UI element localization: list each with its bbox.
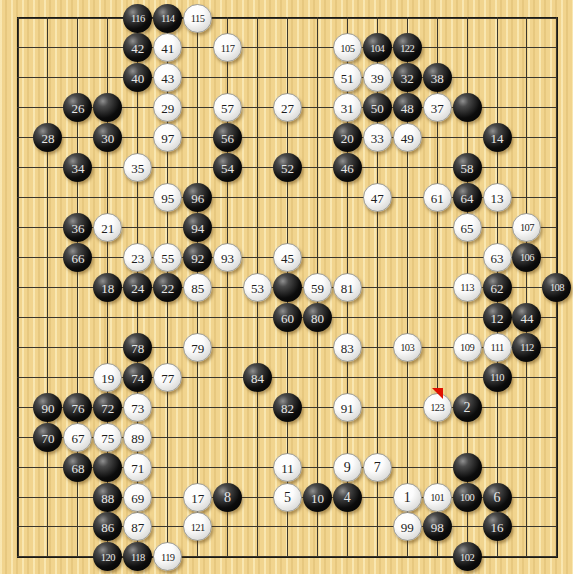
intersection-11-18[interactable] bbox=[302, 512, 332, 542]
intersection-7-15[interactable] bbox=[183, 422, 213, 452]
intersection-4-19[interactable]: 120 bbox=[93, 542, 123, 572]
intersection-10-3[interactable] bbox=[272, 63, 302, 93]
intersection-16-19[interactable]: 102 bbox=[452, 542, 482, 572]
intersection-8-16[interactable] bbox=[213, 452, 243, 482]
intersection-16-12[interactable]: 109 bbox=[452, 332, 482, 362]
intersection-17-3[interactable] bbox=[482, 63, 512, 93]
intersection-3-16[interactable]: 68 bbox=[63, 452, 93, 482]
intersection-16-4[interactable] bbox=[452, 93, 482, 123]
intersection-9-4[interactable] bbox=[243, 93, 273, 123]
intersection-3-17[interactable] bbox=[63, 482, 93, 512]
intersection-9-9[interactable] bbox=[243, 243, 273, 273]
intersection-15-10[interactable] bbox=[422, 272, 452, 302]
intersection-9-17[interactable] bbox=[243, 482, 273, 512]
intersection-13-14[interactable] bbox=[362, 392, 392, 422]
intersection-15-4[interactable]: 37 bbox=[422, 93, 452, 123]
intersection-5-12[interactable]: 78 bbox=[123, 332, 153, 362]
intersection-13-16[interactable]: 7 bbox=[362, 452, 392, 482]
intersection-17-9[interactable]: 63 bbox=[482, 243, 512, 273]
intersection-12-19[interactable] bbox=[332, 542, 362, 572]
intersection-10-16[interactable]: 11 bbox=[272, 452, 302, 482]
intersection-13-6[interactable] bbox=[362, 153, 392, 183]
intersection-4-17[interactable]: 88 bbox=[93, 482, 123, 512]
intersection-19-3[interactable] bbox=[542, 63, 572, 93]
intersection-6-5[interactable]: 97 bbox=[153, 123, 183, 153]
intersection-17-17[interactable]: 6 bbox=[482, 482, 512, 512]
intersection-10-9[interactable]: 45 bbox=[272, 243, 302, 273]
intersection-16-13[interactable] bbox=[452, 362, 482, 392]
intersection-4-6[interactable] bbox=[93, 153, 123, 183]
intersection-17-2[interactable] bbox=[482, 33, 512, 63]
intersection-16-11[interactable] bbox=[452, 302, 482, 332]
intersection-19-1[interactable] bbox=[542, 3, 572, 33]
intersection-5-7[interactable] bbox=[123, 183, 153, 213]
intersection-9-10[interactable]: 53 bbox=[243, 272, 273, 302]
intersection-18-12[interactable]: 112 bbox=[512, 332, 542, 362]
intersection-1-9[interactable] bbox=[3, 243, 33, 273]
intersection-4-9[interactable] bbox=[93, 243, 123, 273]
intersection-13-5[interactable]: 33 bbox=[362, 123, 392, 153]
intersection-19-17[interactable] bbox=[542, 482, 572, 512]
intersection-9-8[interactable] bbox=[243, 213, 273, 243]
intersection-7-9[interactable]: 92 bbox=[183, 243, 213, 273]
intersection-1-18[interactable] bbox=[3, 512, 33, 542]
intersection-15-5[interactable] bbox=[422, 123, 452, 153]
intersection-8-14[interactable] bbox=[213, 392, 243, 422]
intersection-6-9[interactable]: 55 bbox=[153, 243, 183, 273]
intersection-11-6[interactable] bbox=[302, 153, 332, 183]
intersection-10-2[interactable] bbox=[272, 33, 302, 63]
intersection-13-19[interactable] bbox=[362, 542, 392, 572]
intersection-10-10[interactable] bbox=[272, 272, 302, 302]
intersection-17-5[interactable]: 14 bbox=[482, 123, 512, 153]
intersection-3-11[interactable] bbox=[63, 302, 93, 332]
intersection-1-5[interactable] bbox=[3, 123, 33, 153]
intersection-8-19[interactable] bbox=[213, 542, 243, 572]
intersection-14-17[interactable]: 1 bbox=[392, 482, 422, 512]
intersection-8-15[interactable] bbox=[213, 422, 243, 452]
intersection-11-9[interactable] bbox=[302, 243, 332, 273]
intersection-1-13[interactable] bbox=[3, 362, 33, 392]
intersection-8-7[interactable] bbox=[213, 183, 243, 213]
intersection-18-14[interactable] bbox=[512, 392, 542, 422]
intersection-7-19[interactable] bbox=[183, 542, 213, 572]
intersection-12-11[interactable] bbox=[332, 302, 362, 332]
intersection-2-1[interactable] bbox=[33, 3, 63, 33]
intersection-16-14[interactable]: 2 bbox=[452, 392, 482, 422]
intersection-19-12[interactable] bbox=[542, 332, 572, 362]
intersection-18-3[interactable] bbox=[512, 63, 542, 93]
intersection-4-11[interactable] bbox=[93, 302, 123, 332]
intersection-13-12[interactable] bbox=[362, 332, 392, 362]
intersection-2-6[interactable] bbox=[33, 153, 63, 183]
intersection-14-2[interactable]: 122 bbox=[392, 33, 422, 63]
intersection-6-4[interactable]: 29 bbox=[153, 93, 183, 123]
intersection-2-17[interactable] bbox=[33, 482, 63, 512]
intersection-8-12[interactable] bbox=[213, 332, 243, 362]
intersection-11-8[interactable] bbox=[302, 213, 332, 243]
intersection-9-13[interactable]: 84 bbox=[243, 362, 273, 392]
intersection-4-15[interactable]: 75 bbox=[93, 422, 123, 452]
intersection-4-18[interactable]: 86 bbox=[93, 512, 123, 542]
intersection-15-6[interactable] bbox=[422, 153, 452, 183]
intersection-7-2[interactable] bbox=[183, 33, 213, 63]
intersection-5-18[interactable]: 87 bbox=[123, 512, 153, 542]
intersection-12-18[interactable] bbox=[332, 512, 362, 542]
intersection-2-5[interactable]: 28 bbox=[33, 123, 63, 153]
intersection-11-11[interactable]: 80 bbox=[302, 302, 332, 332]
intersection-11-16[interactable] bbox=[302, 452, 332, 482]
intersection-12-9[interactable] bbox=[332, 243, 362, 273]
intersection-10-15[interactable] bbox=[272, 422, 302, 452]
intersection-7-12[interactable]: 79 bbox=[183, 332, 213, 362]
intersection-17-1[interactable] bbox=[482, 3, 512, 33]
intersection-14-3[interactable]: 32 bbox=[392, 63, 422, 93]
intersection-17-18[interactable]: 16 bbox=[482, 512, 512, 542]
intersection-7-11[interactable] bbox=[183, 302, 213, 332]
intersection-11-3[interactable] bbox=[302, 63, 332, 93]
intersection-17-16[interactable] bbox=[482, 452, 512, 482]
intersection-1-10[interactable] bbox=[3, 272, 33, 302]
intersection-2-13[interactable] bbox=[33, 362, 63, 392]
intersection-16-7[interactable]: 64 bbox=[452, 183, 482, 213]
intersection-3-14[interactable]: 76 bbox=[63, 392, 93, 422]
intersection-14-9[interactable] bbox=[392, 243, 422, 273]
intersection-8-17[interactable]: 8 bbox=[213, 482, 243, 512]
intersection-18-15[interactable] bbox=[512, 422, 542, 452]
intersection-8-4[interactable]: 57 bbox=[213, 93, 243, 123]
intersection-19-4[interactable] bbox=[542, 93, 572, 123]
intersection-11-4[interactable] bbox=[302, 93, 332, 123]
intersection-12-10[interactable]: 81 bbox=[332, 272, 362, 302]
intersection-7-5[interactable] bbox=[183, 123, 213, 153]
intersection-17-6[interactable] bbox=[482, 153, 512, 183]
intersection-12-16[interactable]: 9 bbox=[332, 452, 362, 482]
intersection-18-2[interactable] bbox=[512, 33, 542, 63]
intersection-1-11[interactable] bbox=[3, 302, 33, 332]
intersection-18-19[interactable] bbox=[512, 542, 542, 572]
intersection-3-9[interactable]: 66 bbox=[63, 243, 93, 273]
intersection-13-11[interactable] bbox=[362, 302, 392, 332]
intersection-8-1[interactable] bbox=[213, 3, 243, 33]
intersection-18-1[interactable] bbox=[512, 3, 542, 33]
intersection-14-15[interactable] bbox=[392, 422, 422, 452]
intersection-13-17[interactable] bbox=[362, 482, 392, 512]
intersection-14-16[interactable] bbox=[392, 452, 422, 482]
intersection-4-12[interactable] bbox=[93, 332, 123, 362]
intersection-10-7[interactable] bbox=[272, 183, 302, 213]
intersection-5-11[interactable] bbox=[123, 302, 153, 332]
intersection-9-16[interactable] bbox=[243, 452, 273, 482]
intersection-11-17[interactable]: 10 bbox=[302, 482, 332, 512]
intersection-9-1[interactable] bbox=[243, 3, 273, 33]
intersection-19-10[interactable]: 108 bbox=[542, 272, 572, 302]
intersection-8-6[interactable]: 54 bbox=[213, 153, 243, 183]
intersection-4-4[interactable] bbox=[93, 93, 123, 123]
intersection-14-12[interactable]: 103 bbox=[392, 332, 422, 362]
intersection-17-15[interactable] bbox=[482, 422, 512, 452]
intersection-19-2[interactable] bbox=[542, 33, 572, 63]
intersection-6-17[interactable] bbox=[153, 482, 183, 512]
intersection-15-8[interactable] bbox=[422, 213, 452, 243]
intersection-11-13[interactable] bbox=[302, 362, 332, 392]
intersection-5-4[interactable] bbox=[123, 93, 153, 123]
intersection-2-11[interactable] bbox=[33, 302, 63, 332]
intersection-7-1[interactable]: 115 bbox=[183, 3, 213, 33]
intersection-14-7[interactable] bbox=[392, 183, 422, 213]
intersection-7-8[interactable]: 94 bbox=[183, 213, 213, 243]
intersection-7-10[interactable]: 85 bbox=[183, 272, 213, 302]
intersection-17-7[interactable]: 13 bbox=[482, 183, 512, 213]
intersection-15-15[interactable] bbox=[422, 422, 452, 452]
intersection-11-2[interactable] bbox=[302, 33, 332, 63]
intersection-8-13[interactable] bbox=[213, 362, 243, 392]
intersection-3-19[interactable] bbox=[63, 542, 93, 572]
intersection-16-2[interactable] bbox=[452, 33, 482, 63]
intersection-18-13[interactable] bbox=[512, 362, 542, 392]
intersection-7-7[interactable]: 96 bbox=[183, 183, 213, 213]
intersection-2-16[interactable] bbox=[33, 452, 63, 482]
intersection-4-2[interactable] bbox=[93, 33, 123, 63]
intersection-15-1[interactable] bbox=[422, 3, 452, 33]
intersection-12-14[interactable]: 91 bbox=[332, 392, 362, 422]
intersection-2-8[interactable] bbox=[33, 213, 63, 243]
intersection-6-11[interactable] bbox=[153, 302, 183, 332]
intersection-12-2[interactable]: 105 bbox=[332, 33, 362, 63]
intersection-8-3[interactable] bbox=[213, 63, 243, 93]
intersection-12-12[interactable]: 83 bbox=[332, 332, 362, 362]
intersection-8-18[interactable] bbox=[213, 512, 243, 542]
intersection-19-11[interactable] bbox=[542, 302, 572, 332]
intersection-9-15[interactable] bbox=[243, 422, 273, 452]
intersection-13-4[interactable]: 50 bbox=[362, 93, 392, 123]
intersection-11-12[interactable] bbox=[302, 332, 332, 362]
intersection-2-19[interactable] bbox=[33, 542, 63, 572]
intersection-2-10[interactable] bbox=[33, 272, 63, 302]
intersection-3-6[interactable]: 34 bbox=[63, 153, 93, 183]
intersection-15-14[interactable]: 123 bbox=[422, 392, 452, 422]
intersection-2-2[interactable] bbox=[33, 33, 63, 63]
intersection-1-3[interactable] bbox=[3, 63, 33, 93]
intersection-6-19[interactable]: 119 bbox=[153, 542, 183, 572]
intersection-13-18[interactable] bbox=[362, 512, 392, 542]
intersection-15-16[interactable] bbox=[422, 452, 452, 482]
intersection-3-7[interactable] bbox=[63, 183, 93, 213]
intersection-10-14[interactable]: 82 bbox=[272, 392, 302, 422]
intersection-8-8[interactable] bbox=[213, 213, 243, 243]
intersection-10-17[interactable]: 5 bbox=[272, 482, 302, 512]
intersection-16-10[interactable]: 113 bbox=[452, 272, 482, 302]
intersection-12-13[interactable] bbox=[332, 362, 362, 392]
intersection-4-14[interactable]: 72 bbox=[93, 392, 123, 422]
intersection-16-9[interactable] bbox=[452, 243, 482, 273]
intersection-15-19[interactable] bbox=[422, 542, 452, 572]
intersection-1-12[interactable] bbox=[3, 332, 33, 362]
intersection-11-5[interactable] bbox=[302, 123, 332, 153]
intersection-18-7[interactable] bbox=[512, 183, 542, 213]
intersection-13-2[interactable]: 104 bbox=[362, 33, 392, 63]
intersection-17-11[interactable]: 12 bbox=[482, 302, 512, 332]
intersection-14-18[interactable]: 99 bbox=[392, 512, 422, 542]
intersection-16-15[interactable] bbox=[452, 422, 482, 452]
intersection-5-15[interactable]: 89 bbox=[123, 422, 153, 452]
intersection-7-6[interactable] bbox=[183, 153, 213, 183]
intersection-7-18[interactable]: 121 bbox=[183, 512, 213, 542]
intersection-3-4[interactable]: 26 bbox=[63, 93, 93, 123]
intersection-3-1[interactable] bbox=[63, 3, 93, 33]
intersection-3-2[interactable] bbox=[63, 33, 93, 63]
intersection-1-17[interactable] bbox=[3, 482, 33, 512]
intersection-6-8[interactable] bbox=[153, 213, 183, 243]
intersection-15-12[interactable] bbox=[422, 332, 452, 362]
intersection-18-10[interactable] bbox=[512, 272, 542, 302]
intersection-3-3[interactable] bbox=[63, 63, 93, 93]
intersection-5-10[interactable]: 24 bbox=[123, 272, 153, 302]
intersection-13-7[interactable]: 47 bbox=[362, 183, 392, 213]
intersection-6-13[interactable]: 77 bbox=[153, 362, 183, 392]
intersection-6-14[interactable] bbox=[153, 392, 183, 422]
intersection-14-14[interactable] bbox=[392, 392, 422, 422]
intersection-16-16[interactable] bbox=[452, 452, 482, 482]
intersection-2-14[interactable]: 90 bbox=[33, 392, 63, 422]
intersection-4-13[interactable]: 19 bbox=[93, 362, 123, 392]
intersection-12-1[interactable] bbox=[332, 3, 362, 33]
intersection-10-6[interactable]: 52 bbox=[272, 153, 302, 183]
intersection-2-15[interactable]: 70 bbox=[33, 422, 63, 452]
intersection-7-13[interactable] bbox=[183, 362, 213, 392]
intersection-1-8[interactable] bbox=[3, 213, 33, 243]
intersection-13-3[interactable]: 39 bbox=[362, 63, 392, 93]
intersection-4-5[interactable]: 30 bbox=[93, 123, 123, 153]
intersection-18-11[interactable]: 44 bbox=[512, 302, 542, 332]
intersection-10-4[interactable]: 27 bbox=[272, 93, 302, 123]
intersection-4-1[interactable] bbox=[93, 3, 123, 33]
intersection-1-15[interactable] bbox=[3, 422, 33, 452]
intersection-10-5[interactable] bbox=[272, 123, 302, 153]
intersection-14-1[interactable] bbox=[392, 3, 422, 33]
intersection-10-11[interactable]: 60 bbox=[272, 302, 302, 332]
intersection-12-8[interactable] bbox=[332, 213, 362, 243]
intersection-3-8[interactable]: 36 bbox=[63, 213, 93, 243]
intersection-19-16[interactable] bbox=[542, 452, 572, 482]
intersection-19-6[interactable] bbox=[542, 153, 572, 183]
intersection-16-5[interactable] bbox=[452, 123, 482, 153]
intersection-9-5[interactable] bbox=[243, 123, 273, 153]
intersection-2-18[interactable] bbox=[33, 512, 63, 542]
intersection-15-11[interactable] bbox=[422, 302, 452, 332]
intersection-18-16[interactable] bbox=[512, 452, 542, 482]
intersection-3-13[interactable] bbox=[63, 362, 93, 392]
intersection-5-3[interactable]: 40 bbox=[123, 63, 153, 93]
intersection-17-12[interactable]: 111 bbox=[482, 332, 512, 362]
intersection-19-15[interactable] bbox=[542, 422, 572, 452]
intersection-17-19[interactable] bbox=[482, 542, 512, 572]
intersection-9-19[interactable] bbox=[243, 542, 273, 572]
intersection-5-9[interactable]: 23 bbox=[123, 243, 153, 273]
intersection-6-1[interactable]: 114 bbox=[153, 3, 183, 33]
intersection-15-9[interactable] bbox=[422, 243, 452, 273]
intersection-17-10[interactable]: 62 bbox=[482, 272, 512, 302]
intersection-6-16[interactable] bbox=[153, 452, 183, 482]
intersection-19-13[interactable] bbox=[542, 362, 572, 392]
intersection-18-9[interactable]: 106 bbox=[512, 243, 542, 273]
intersection-3-5[interactable] bbox=[63, 123, 93, 153]
intersection-14-19[interactable] bbox=[392, 542, 422, 572]
intersection-4-8[interactable]: 21 bbox=[93, 213, 123, 243]
intersection-8-10[interactable] bbox=[213, 272, 243, 302]
intersection-1-1[interactable] bbox=[3, 3, 33, 33]
intersection-9-12[interactable] bbox=[243, 332, 273, 362]
intersection-6-6[interactable] bbox=[153, 153, 183, 183]
intersection-2-3[interactable] bbox=[33, 63, 63, 93]
intersection-1-19[interactable] bbox=[3, 542, 33, 572]
intersection-1-2[interactable] bbox=[3, 33, 33, 63]
intersection-9-2[interactable] bbox=[243, 33, 273, 63]
intersection-9-11[interactable] bbox=[243, 302, 273, 332]
intersection-8-11[interactable] bbox=[213, 302, 243, 332]
intersection-4-10[interactable]: 18 bbox=[93, 272, 123, 302]
intersection-15-17[interactable]: 101 bbox=[422, 482, 452, 512]
intersection-9-6[interactable] bbox=[243, 153, 273, 183]
intersection-3-18[interactable] bbox=[63, 512, 93, 542]
intersection-11-19[interactable] bbox=[302, 542, 332, 572]
intersection-11-7[interactable] bbox=[302, 183, 332, 213]
intersection-13-13[interactable] bbox=[362, 362, 392, 392]
intersection-6-2[interactable]: 41 bbox=[153, 33, 183, 63]
intersection-19-7[interactable] bbox=[542, 183, 572, 213]
intersection-16-3[interactable] bbox=[452, 63, 482, 93]
intersection-15-2[interactable] bbox=[422, 33, 452, 63]
intersection-5-13[interactable]: 74 bbox=[123, 362, 153, 392]
intersection-14-13[interactable] bbox=[392, 362, 422, 392]
intersection-5-8[interactable] bbox=[123, 213, 153, 243]
intersection-13-1[interactable] bbox=[362, 3, 392, 33]
intersection-5-2[interactable]: 42 bbox=[123, 33, 153, 63]
intersection-12-3[interactable]: 51 bbox=[332, 63, 362, 93]
intersection-5-6[interactable]: 35 bbox=[123, 153, 153, 183]
intersection-7-3[interactable] bbox=[183, 63, 213, 93]
intersection-9-14[interactable] bbox=[243, 392, 273, 422]
intersection-4-16[interactable] bbox=[93, 452, 123, 482]
intersection-19-18[interactable] bbox=[542, 512, 572, 542]
intersection-10-12[interactable] bbox=[272, 332, 302, 362]
intersection-14-5[interactable]: 49 bbox=[392, 123, 422, 153]
intersection-1-4[interactable] bbox=[3, 93, 33, 123]
intersection-14-8[interactable] bbox=[392, 213, 422, 243]
intersection-3-12[interactable] bbox=[63, 332, 93, 362]
intersection-2-12[interactable] bbox=[33, 332, 63, 362]
intersection-7-16[interactable] bbox=[183, 452, 213, 482]
intersection-6-7[interactable]: 95 bbox=[153, 183, 183, 213]
intersection-10-13[interactable] bbox=[272, 362, 302, 392]
intersection-17-14[interactable] bbox=[482, 392, 512, 422]
intersection-17-8[interactable] bbox=[482, 213, 512, 243]
intersection-12-15[interactable] bbox=[332, 422, 362, 452]
intersection-18-6[interactable] bbox=[512, 153, 542, 183]
intersection-5-17[interactable]: 69 bbox=[123, 482, 153, 512]
intersection-2-7[interactable] bbox=[33, 183, 63, 213]
intersection-5-19[interactable]: 118 bbox=[123, 542, 153, 572]
intersection-18-8[interactable]: 107 bbox=[512, 213, 542, 243]
intersection-14-11[interactable] bbox=[392, 302, 422, 332]
intersection-19-8[interactable] bbox=[542, 213, 572, 243]
intersection-10-18[interactable] bbox=[272, 512, 302, 542]
intersection-3-10[interactable] bbox=[63, 272, 93, 302]
intersection-12-17[interactable]: 4 bbox=[332, 482, 362, 512]
intersection-2-9[interactable] bbox=[33, 243, 63, 273]
intersection-12-4[interactable]: 31 bbox=[332, 93, 362, 123]
intersection-13-10[interactable] bbox=[362, 272, 392, 302]
